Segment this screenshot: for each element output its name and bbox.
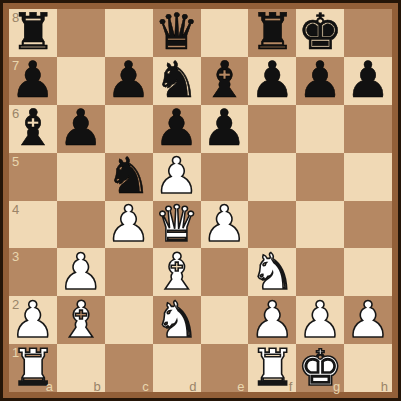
square-g2[interactable]: ♟ [296,296,344,344]
square-b4[interactable] [57,201,105,249]
piece-white-queen-d4[interactable]: ♛ [154,201,199,248]
square-d1[interactable]: d [153,344,201,392]
square-f1[interactable]: ♜f [248,344,296,392]
piece-black-pawn-c7[interactable]: ♟ [106,57,151,104]
square-a4[interactable]: 4 [9,201,57,249]
square-e4[interactable]: ♟ [201,201,249,249]
piece-black-bishop-e7[interactable]: ♝ [202,57,247,104]
square-g7[interactable]: ♟ [296,57,344,105]
square-a2[interactable]: ♟2 [9,296,57,344]
square-h7[interactable]: ♟ [344,57,392,105]
square-a5[interactable]: 5 [9,153,57,201]
piece-white-bishop-d3[interactable]: ♝ [154,249,199,296]
square-g6[interactable] [296,105,344,153]
square-f3[interactable]: ♞ [248,248,296,296]
square-h3[interactable] [344,248,392,296]
square-c5[interactable]: ♞ [105,153,153,201]
square-g5[interactable] [296,153,344,201]
square-e8[interactable] [201,9,249,57]
rank-label-5: 5 [12,155,19,168]
square-f7[interactable]: ♟ [248,57,296,105]
piece-white-knight-d2[interactable]: ♞ [154,297,199,344]
square-h2[interactable]: ♟ [344,296,392,344]
piece-white-pawn-f2[interactable]: ♟ [250,297,295,344]
square-a1[interactable]: ♜1a [9,344,57,392]
square-d2[interactable]: ♞ [153,296,201,344]
piece-black-bishop-a6[interactable]: ♝ [11,105,56,152]
square-g8[interactable]: ♚ [296,9,344,57]
piece-black-queen-d8[interactable]: ♛ [154,9,199,56]
square-e5[interactable] [201,153,249,201]
piece-white-pawn-g2[interactable]: ♟ [298,297,343,344]
square-d4[interactable]: ♛ [153,201,201,249]
square-d8[interactable]: ♛ [153,9,201,57]
square-a7[interactable]: ♟7 [9,57,57,105]
piece-black-pawn-a7[interactable]: ♟ [11,57,56,104]
square-b3[interactable]: ♟ [57,248,105,296]
piece-white-pawn-a2[interactable]: ♟ [11,297,56,344]
piece-white-rook-a1[interactable]: ♜ [11,345,56,392]
square-a8[interactable]: ♜8 [9,9,57,57]
square-f8[interactable]: ♜ [248,9,296,57]
square-a3[interactable]: 3 [9,248,57,296]
piece-black-pawn-h7[interactable]: ♟ [346,57,391,104]
square-f6[interactable] [248,105,296,153]
square-f4[interactable] [248,201,296,249]
square-a6[interactable]: ♝6 [9,105,57,153]
square-f5[interactable] [248,153,296,201]
piece-white-knight-f3[interactable]: ♞ [250,249,295,296]
file-label-b: b [94,380,101,393]
square-f2[interactable]: ♟ [248,296,296,344]
square-h5[interactable] [344,153,392,201]
square-e2[interactable] [201,296,249,344]
rank-label-3: 3 [12,250,19,263]
square-g3[interactable] [296,248,344,296]
square-g4[interactable] [296,201,344,249]
piece-white-king-g1[interactable]: ♚ [298,345,343,392]
square-b1[interactable]: b [57,344,105,392]
piece-white-pawn-d5[interactable]: ♟ [154,153,199,200]
square-d3[interactable]: ♝ [153,248,201,296]
square-c1[interactable]: c [105,344,153,392]
piece-black-rook-f8[interactable]: ♜ [250,9,295,56]
square-e7[interactable]: ♝ [201,57,249,105]
square-b7[interactable] [57,57,105,105]
piece-white-pawn-h2[interactable]: ♟ [346,297,391,344]
square-b2[interactable]: ♝ [57,296,105,344]
piece-black-knight-c5[interactable]: ♞ [106,153,151,200]
file-label-d: d [189,380,196,393]
square-b6[interactable]: ♟ [57,105,105,153]
piece-white-pawn-c4[interactable]: ♟ [106,201,151,248]
piece-white-pawn-e4[interactable]: ♟ [202,201,247,248]
square-c7[interactable]: ♟ [105,57,153,105]
piece-black-knight-d7[interactable]: ♞ [154,57,199,104]
square-b8[interactable] [57,9,105,57]
piece-black-king-g8[interactable]: ♚ [298,9,343,56]
square-h4[interactable] [344,201,392,249]
piece-white-bishop-b2[interactable]: ♝ [58,297,103,344]
piece-black-pawn-f7[interactable]: ♟ [250,57,295,104]
square-h8[interactable] [344,9,392,57]
piece-black-pawn-d6[interactable]: ♟ [154,105,199,152]
square-c4[interactable]: ♟ [105,201,153,249]
square-h6[interactable] [344,105,392,153]
square-b5[interactable] [57,153,105,201]
file-label-h: h [381,380,388,393]
piece-black-rook-a8[interactable]: ♜ [11,9,56,56]
board-grid: ♜8♛♜♚♟7♟♞♝♟♟♟♝6♟♟♟5♞♟4♟♛♟3♟♝♞♟2♝♞♟♟♟♜1ab… [9,9,392,392]
square-e1[interactable]: e [201,344,249,392]
square-d7[interactable]: ♞ [153,57,201,105]
piece-black-pawn-e6[interactable]: ♟ [202,105,247,152]
square-c6[interactable] [105,105,153,153]
chess-board: ♜8♛♜♚♟7♟♞♝♟♟♟♝6♟♟♟5♞♟4♟♛♟3♟♝♞♟2♝♞♟♟♟♜1ab… [0,0,401,401]
square-e3[interactable] [201,248,249,296]
file-label-c: c [142,380,149,393]
square-g1[interactable]: ♚g [296,344,344,392]
square-h1[interactable]: h [344,344,392,392]
piece-white-pawn-b3[interactable]: ♟ [58,249,103,296]
file-label-e: e [237,380,244,393]
square-d5[interactable]: ♟ [153,153,201,201]
square-d6[interactable]: ♟ [153,105,201,153]
piece-black-pawn-b6[interactable]: ♟ [58,105,103,152]
square-e6[interactable]: ♟ [201,105,249,153]
rank-label-4: 4 [12,203,19,216]
square-c8[interactable] [105,9,153,57]
square-c2[interactable] [105,296,153,344]
piece-black-pawn-g7[interactable]: ♟ [298,57,343,104]
square-c3[interactable] [105,248,153,296]
piece-white-rook-f1[interactable]: ♜ [250,345,295,392]
